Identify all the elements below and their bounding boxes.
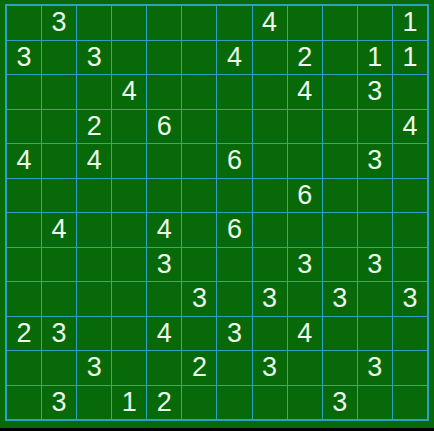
cell-r11c8[interactable] xyxy=(288,386,322,420)
clue-number: 4 xyxy=(52,216,67,243)
cell-r5c8[interactable]: 6 xyxy=(288,179,322,213)
cell-r2c5[interactable] xyxy=(182,75,216,109)
cell-r9c3[interactable] xyxy=(112,317,146,351)
cell-r6c11[interactable] xyxy=(393,213,427,247)
cell-r0c8[interactable] xyxy=(288,6,322,40)
cell-r9c8[interactable]: 4 xyxy=(288,317,322,351)
cell-r0c0[interactable] xyxy=(7,6,41,40)
cell-r11c3[interactable]: 1 xyxy=(112,386,146,420)
cell-r4c0[interactable]: 4 xyxy=(7,144,41,178)
cell-r1c6[interactable]: 4 xyxy=(217,41,251,75)
cell-r2c2[interactable] xyxy=(77,75,111,109)
clue-number: 4 xyxy=(122,78,137,105)
clue-number: 3 xyxy=(52,9,67,36)
cell-r10c1[interactable] xyxy=(42,351,76,385)
cell-r11c7[interactable] xyxy=(253,386,287,420)
cell-r2c0[interactable] xyxy=(7,75,41,109)
cell-r9c10[interactable] xyxy=(358,317,392,351)
cell-r4c6[interactable]: 6 xyxy=(217,144,251,178)
cell-r6c4[interactable]: 4 xyxy=(147,213,181,247)
puzzle-board: 3413342114432644463644633333332343432333… xyxy=(5,4,429,421)
cell-r9c1[interactable]: 3 xyxy=(42,317,76,351)
cell-r2c11[interactable] xyxy=(393,75,427,109)
cell-r2c4[interactable] xyxy=(147,75,181,109)
cell-r0c5[interactable] xyxy=(182,6,216,40)
cell-r3c5[interactable] xyxy=(182,110,216,144)
clue-number: 4 xyxy=(402,113,417,140)
clue-number: 3 xyxy=(367,147,382,174)
cell-r9c9[interactable] xyxy=(323,317,357,351)
cell-r6c8[interactable] xyxy=(288,213,322,247)
cell-r8c2[interactable] xyxy=(77,282,111,316)
cell-r10c5[interactable]: 2 xyxy=(182,351,216,385)
cell-r10c9[interactable] xyxy=(323,351,357,385)
clue-number: 3 xyxy=(402,285,417,312)
clue-number: 3 xyxy=(367,354,382,381)
clue-number: 3 xyxy=(332,389,347,416)
cell-r3c1[interactable] xyxy=(42,110,76,144)
cell-r9c6[interactable]: 3 xyxy=(217,317,251,351)
cell-r6c1[interactable]: 4 xyxy=(42,213,76,247)
cell-r1c7[interactable] xyxy=(253,41,287,75)
clue-number: 4 xyxy=(157,216,172,243)
cell-r4c3[interactable] xyxy=(112,144,146,178)
cell-r11c10[interactable] xyxy=(358,386,392,420)
cell-r3c7[interactable] xyxy=(253,110,287,144)
cell-r8c6[interactable] xyxy=(217,282,251,316)
clue-number: 1 xyxy=(122,389,137,416)
clue-number: 4 xyxy=(157,320,172,347)
cell-r4c2[interactable]: 4 xyxy=(77,144,111,178)
cell-r2c7[interactable] xyxy=(253,75,287,109)
cell-r5c11[interactable] xyxy=(393,179,427,213)
cell-r7c2[interactable] xyxy=(77,248,111,282)
cell-r3c11[interactable]: 4 xyxy=(393,110,427,144)
clue-number: 3 xyxy=(297,251,312,278)
cell-r10c4[interactable] xyxy=(147,351,181,385)
clue-number: 3 xyxy=(332,285,347,312)
cell-r2c8[interactable]: 4 xyxy=(288,75,322,109)
cell-r0c2[interactable] xyxy=(77,6,111,40)
cell-r11c1[interactable]: 3 xyxy=(42,386,76,420)
clue-number: 4 xyxy=(297,320,312,347)
cell-r2c9[interactable] xyxy=(323,75,357,109)
cell-r6c7[interactable] xyxy=(253,213,287,247)
cell-r8c1[interactable] xyxy=(42,282,76,316)
cell-r1c3[interactable] xyxy=(112,41,146,75)
cell-r5c1[interactable] xyxy=(42,179,76,213)
cell-r0c6[interactable] xyxy=(217,6,251,40)
cell-r3c9[interactable] xyxy=(323,110,357,144)
clue-number: 6 xyxy=(227,147,242,174)
cell-r5c5[interactable] xyxy=(182,179,216,213)
cell-r3c10[interactable] xyxy=(358,110,392,144)
clue-number: 3 xyxy=(192,285,207,312)
cell-r0c3[interactable] xyxy=(112,6,146,40)
cell-r0c1[interactable]: 3 xyxy=(42,6,76,40)
cell-r6c10[interactable] xyxy=(358,213,392,247)
clue-number: 3 xyxy=(367,251,382,278)
clue-number: 2 xyxy=(87,113,102,140)
cell-r10c0[interactable] xyxy=(7,351,41,385)
cell-r2c10[interactable]: 3 xyxy=(358,75,392,109)
cell-r8c9[interactable]: 3 xyxy=(323,282,357,316)
cell-r1c11[interactable]: 1 xyxy=(393,41,427,75)
cell-r0c9[interactable] xyxy=(323,6,357,40)
cell-r5c0[interactable] xyxy=(7,179,41,213)
cell-r8c4[interactable] xyxy=(147,282,181,316)
clue-number: 3 xyxy=(227,320,242,347)
clue-number: 3 xyxy=(157,251,172,278)
clue-number: 6 xyxy=(227,216,242,243)
cell-r4c5[interactable] xyxy=(182,144,216,178)
cell-r1c0[interactable]: 3 xyxy=(7,41,41,75)
clue-number: 2 xyxy=(192,354,207,381)
cell-r8c3[interactable] xyxy=(112,282,146,316)
cell-r5c10[interactable] xyxy=(358,179,392,213)
cell-r10c10[interactable]: 3 xyxy=(358,351,392,385)
cell-r4c1[interactable] xyxy=(42,144,76,178)
cell-r10c6[interactable] xyxy=(217,351,251,385)
clue-number: 6 xyxy=(297,182,312,209)
cell-r0c4[interactable] xyxy=(147,6,181,40)
cell-r9c7[interactable] xyxy=(253,317,287,351)
cell-r2c6[interactable] xyxy=(217,75,251,109)
cell-r1c1[interactable] xyxy=(42,41,76,75)
cell-r9c2[interactable] xyxy=(77,317,111,351)
cell-r6c5[interactable] xyxy=(182,213,216,247)
clue-number: 2 xyxy=(157,389,172,416)
cell-r7c8[interactable]: 3 xyxy=(288,248,322,282)
clue-number: 3 xyxy=(52,320,67,347)
cell-r4c11[interactable] xyxy=(393,144,427,178)
clue-number: 4 xyxy=(87,147,102,174)
cell-r5c3[interactable] xyxy=(112,179,146,213)
cell-r8c11[interactable]: 3 xyxy=(393,282,427,316)
puzzle-screen: 3413342114432644463644633333332343432333… xyxy=(0,0,434,431)
clue-number: 3 xyxy=(262,285,277,312)
cell-r8c7[interactable]: 3 xyxy=(253,282,287,316)
cell-r10c11[interactable] xyxy=(393,351,427,385)
clue-number: 2 xyxy=(17,320,32,347)
cell-r0c7[interactable]: 4 xyxy=(253,6,287,40)
cell-r6c9[interactable] xyxy=(323,213,357,247)
cell-r9c0[interactable]: 2 xyxy=(7,317,41,351)
cell-r10c8[interactable] xyxy=(288,351,322,385)
cell-r10c2[interactable]: 3 xyxy=(77,351,111,385)
cell-r5c4[interactable] xyxy=(147,179,181,213)
cell-r7c0[interactable] xyxy=(7,248,41,282)
cell-r3c8[interactable] xyxy=(288,110,322,144)
clue-number: 3 xyxy=(367,78,382,105)
cell-r1c10[interactable]: 1 xyxy=(358,41,392,75)
clue-number: 4 xyxy=(227,44,242,71)
cell-r7c10[interactable]: 3 xyxy=(358,248,392,282)
cell-r5c9[interactable] xyxy=(323,179,357,213)
cell-r1c8[interactable]: 2 xyxy=(288,41,322,75)
clue-number: 3 xyxy=(87,354,102,381)
cell-r2c1[interactable] xyxy=(42,75,76,109)
clue-number: 4 xyxy=(17,147,32,174)
cell-r11c0[interactable] xyxy=(7,386,41,420)
cell-r1c4[interactable] xyxy=(147,41,181,75)
cell-r9c5[interactable] xyxy=(182,317,216,351)
cell-r7c7[interactable] xyxy=(253,248,287,282)
cell-r4c10[interactable]: 3 xyxy=(358,144,392,178)
cell-r9c4[interactable]: 4 xyxy=(147,317,181,351)
cell-r8c5[interactable]: 3 xyxy=(182,282,216,316)
clue-number: 4 xyxy=(262,9,277,36)
cell-r6c2[interactable] xyxy=(77,213,111,247)
cell-r3c4[interactable]: 6 xyxy=(147,110,181,144)
cell-r3c0[interactable] xyxy=(7,110,41,144)
cell-r8c8[interactable] xyxy=(288,282,322,316)
cell-r11c5[interactable] xyxy=(182,386,216,420)
cell-r6c0[interactable] xyxy=(7,213,41,247)
cell-r3c6[interactable] xyxy=(217,110,251,144)
cell-r0c10[interactable] xyxy=(358,6,392,40)
clue-number: 3 xyxy=(17,44,32,71)
clue-number: 6 xyxy=(157,113,172,140)
cell-r4c8[interactable] xyxy=(288,144,322,178)
cell-r10c7[interactable]: 3 xyxy=(253,351,287,385)
cell-r9c11[interactable] xyxy=(393,317,427,351)
cell-r7c3[interactable] xyxy=(112,248,146,282)
cell-r4c4[interactable] xyxy=(147,144,181,178)
cell-r7c5[interactable] xyxy=(182,248,216,282)
cell-r8c0[interactable] xyxy=(7,282,41,316)
clue-number: 3 xyxy=(262,354,277,381)
cell-r7c11[interactable] xyxy=(393,248,427,282)
cell-r8c10[interactable] xyxy=(358,282,392,316)
clue-number: 4 xyxy=(297,78,312,105)
cell-r7c6[interactable] xyxy=(217,248,251,282)
cell-r5c6[interactable] xyxy=(217,179,251,213)
cell-r1c5[interactable] xyxy=(182,41,216,75)
cell-r7c9[interactable] xyxy=(323,248,357,282)
cell-r7c1[interactable] xyxy=(42,248,76,282)
clue-number: 3 xyxy=(87,44,102,71)
clue-number: 3 xyxy=(52,389,67,416)
cell-r5c2[interactable] xyxy=(77,179,111,213)
cell-r4c7[interactable] xyxy=(253,144,287,178)
cell-r11c6[interactable] xyxy=(217,386,251,420)
cell-r7c4[interactable]: 3 xyxy=(147,248,181,282)
clue-number: 1 xyxy=(402,9,417,36)
cell-r11c2[interactable] xyxy=(77,386,111,420)
cell-r0c11[interactable]: 1 xyxy=(393,6,427,40)
cell-r4c9[interactable] xyxy=(323,144,357,178)
cell-r6c6[interactable]: 6 xyxy=(217,213,251,247)
clue-number: 2 xyxy=(297,44,312,71)
cell-r1c2[interactable]: 3 xyxy=(77,41,111,75)
cell-r1c9[interactable] xyxy=(323,41,357,75)
cell-r3c2[interactable]: 2 xyxy=(77,110,111,144)
cell-r5c7[interactable] xyxy=(253,179,287,213)
cell-r11c4[interactable]: 2 xyxy=(147,386,181,420)
clue-number: 1 xyxy=(367,44,382,71)
cell-r11c9[interactable]: 3 xyxy=(323,386,357,420)
cell-r2c3[interactable]: 4 xyxy=(112,75,146,109)
cell-r11c11[interactable] xyxy=(393,386,427,420)
cell-r6c3[interactable] xyxy=(112,213,146,247)
clue-number: 1 xyxy=(402,44,417,71)
cell-r3c3[interactable] xyxy=(112,110,146,144)
cell-r10c3[interactable] xyxy=(112,351,146,385)
